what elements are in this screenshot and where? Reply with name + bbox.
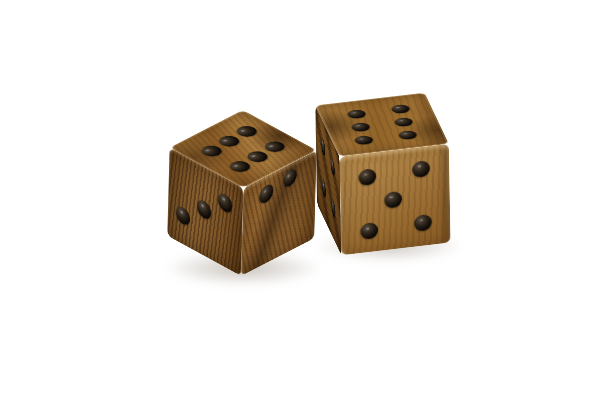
die-pip xyxy=(414,214,432,232)
die-pip xyxy=(243,149,271,164)
die-pip xyxy=(283,166,297,190)
die-pip xyxy=(215,134,243,149)
die-pip xyxy=(331,196,335,220)
die-pip xyxy=(322,176,326,200)
right-die xyxy=(327,118,438,230)
die-pip xyxy=(218,191,232,215)
photo-white-background xyxy=(0,0,612,394)
die-pip xyxy=(176,203,190,227)
die-pip xyxy=(346,109,367,119)
die-pip xyxy=(389,104,410,114)
die-pip xyxy=(261,139,289,154)
die-pip xyxy=(412,160,430,178)
die-pip xyxy=(360,222,378,240)
right-die-front-face-five xyxy=(340,144,451,256)
left-die xyxy=(204,130,280,256)
die-pip xyxy=(393,117,414,127)
die-pip xyxy=(198,144,226,159)
die-pip xyxy=(321,134,325,158)
die-pip xyxy=(384,191,402,209)
die-pip xyxy=(397,130,418,140)
die-pip xyxy=(233,124,261,139)
die-pip xyxy=(331,155,335,179)
die-pip xyxy=(259,182,273,206)
die-pip xyxy=(197,197,211,221)
die-pip xyxy=(358,168,376,186)
die-pip xyxy=(353,135,374,145)
die-pip xyxy=(226,159,254,174)
die-pip xyxy=(350,122,371,132)
